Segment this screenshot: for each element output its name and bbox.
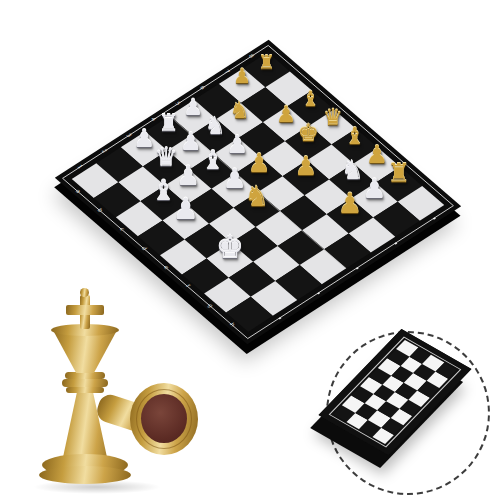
file-label: d	[140, 246, 148, 252]
rank-label: 3	[125, 133, 133, 139]
file-label: h	[228, 322, 236, 328]
rank-label: 8	[247, 53, 255, 59]
rank-label: 2	[100, 148, 108, 154]
screw-dot	[278, 317, 282, 320]
screw-dot	[433, 217, 437, 220]
rank-label: 6	[198, 85, 206, 91]
king-cross-icon	[66, 305, 104, 315]
rank-label: 1	[76, 164, 84, 170]
magnet-felt-pad	[141, 394, 187, 443]
file-label: e	[162, 265, 169, 270]
file-label: g	[206, 303, 214, 309]
king-closeup-inset	[25, 288, 200, 500]
file-label: a	[74, 189, 81, 194]
file-label: c	[118, 227, 125, 232]
rank-label: 5	[174, 101, 182, 107]
product-photo: abcdefgh87654321 ♜♝♛♝♟♜♟♟♚♞♟♞♟♟♟♞♟♟♜♟♝♟♞…	[0, 0, 500, 500]
king-base-ring	[39, 466, 131, 484]
screw-dot	[317, 292, 321, 295]
king-collar	[65, 372, 105, 379]
king-collar	[66, 387, 104, 393]
rank-label: 7	[223, 69, 231, 75]
screw-dot	[394, 242, 398, 245]
king-collar	[62, 379, 108, 387]
rank-label: 4	[149, 117, 157, 123]
screw-dot	[355, 267, 359, 270]
file-label: b	[96, 208, 104, 214]
king-finial	[80, 288, 89, 297]
